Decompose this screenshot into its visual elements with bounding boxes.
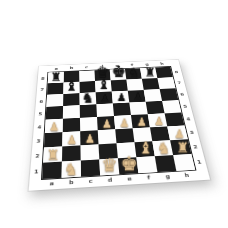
square-g4: ♟ [148,113,167,127]
square-f8: ♞ [125,68,142,79]
square-c7 [79,81,95,93]
rollup-vinyl-board-mat: abcdefgh 87654321 ♜♛♚♞♜♝♝♞♟♟♟♟♟♟♟♟♟♟♟♜♝♞… [29,60,210,191]
square-h8 [155,67,173,78]
square-b5 [63,105,80,119]
white-pawn-f4: ♟ [136,117,146,128]
white-pawn-c3: ♟ [84,133,95,145]
white-bishop-f2: ♝ [138,140,153,156]
square-b6 [63,93,80,106]
square-d5 [96,103,114,116]
file-label-bottom-e: e [119,173,139,185]
rank-label-left-2: 2 [31,147,44,163]
white-knight-g2: ♞ [157,140,171,155]
square-c1 [81,159,101,176]
square-a3 [44,132,63,147]
square-g6 [144,89,162,102]
file-label-bottom-a: a [42,178,62,190]
white-rook-h2: ♜ [176,140,189,154]
black-pawn-e6: ♟ [116,92,126,103]
square-h5 [162,100,181,113]
file-label-bottom-d: d [100,174,120,186]
square-d4: ♟ [97,116,115,130]
square-e5 [113,103,131,116]
square-d8: ♛ [94,70,110,81]
file-label-bottom-c: c [81,175,101,187]
white-queen-d1: ♛ [102,157,118,175]
file-label-bottom-f: f [138,172,159,184]
square-b4 [63,118,81,132]
file-label-bottom-h: h [176,170,197,182]
square-e2 [117,142,137,158]
file-label-bottom-g: g [157,171,178,183]
square-a6 [46,94,63,107]
black-rook-a8: ♜ [50,71,61,83]
rank-label-left-6: 6 [36,95,48,108]
square-a4: ♟ [45,119,63,133]
product-photo-chess-set: { "game": "chess", "position": { "fen": … [0,0,228,228]
square-d1: ♛ [99,158,119,175]
square-d2 [99,143,118,159]
square-a8: ♜ [48,72,64,84]
white-pawn-e4: ♟ [119,118,129,129]
square-e1: ♚ [118,157,139,174]
square-h6 [160,88,179,101]
square-b3: ♟ [62,131,80,146]
black-rook-g8: ♜ [144,66,155,78]
square-e6: ♟ [112,91,130,104]
square-e8: ♚ [110,69,127,80]
square-b8 [64,71,80,83]
square-b1: ♞ [62,161,81,178]
square-a1 [42,162,62,179]
rank-label-left-7: 7 [37,83,48,95]
square-e3 [115,128,134,143]
square-c6: ♞ [80,92,97,105]
square-a5 [46,106,63,120]
black-knight-f8: ♞ [128,66,140,79]
square-d6: ♟ [96,92,113,105]
square-f4: ♟ [131,114,150,128]
square-c4 [80,117,98,131]
rank-label-left-5: 5 [34,107,46,120]
square-h2: ♜ [170,139,191,155]
square-h7 [157,77,175,89]
white-pawn-b3: ♟ [66,134,77,146]
square-c5 [80,104,97,118]
white-pawn-a4: ♟ [49,121,59,132]
black-pawn-f6: ♟ [133,91,143,102]
square-f7 [126,79,143,91]
square-h3: ♟ [167,125,188,140]
square-c8 [79,70,95,81]
black-pawn-d6: ♟ [100,93,110,104]
chess-board-grid: ♜♛♚♞♜♝♝♞♟♟♟♟♟♟♟♟♟♟♟♜♝♞♜♞♛♚ [42,67,195,179]
rank-label-left-8: 8 [37,73,48,84]
white-pawn-d4: ♟ [101,118,111,129]
square-a2: ♜ [43,146,62,162]
square-d7: ♝ [95,80,112,92]
square-c2 [80,144,99,160]
square-a7 [47,83,63,95]
square-c3: ♟ [80,130,98,145]
black-knight-c6: ♞ [82,91,94,105]
square-b7: ♝ [63,82,79,94]
square-g1 [155,155,177,172]
white-rook-a2: ♜ [46,148,59,162]
square-h1 [173,154,195,171]
white-king-e1: ♚ [120,155,137,174]
square-f5 [129,102,147,115]
square-f6: ♟ [128,90,146,103]
square-d3 [98,129,117,144]
file-label-bottom-b: b [61,177,81,189]
rank-label-left-1: 1 [30,163,44,180]
square-h4 [165,112,185,126]
square-e7 [111,80,128,92]
white-pawn-g4: ♟ [154,116,164,127]
square-b2 [62,145,81,161]
rank-label-left-3: 3 [32,133,45,148]
square-e4: ♟ [114,115,133,129]
rank-label-left-4: 4 [33,120,45,134]
white-knight-b1: ♞ [64,161,78,177]
square-f3 [133,127,153,142]
white-pawn-h3: ♟ [174,128,184,140]
